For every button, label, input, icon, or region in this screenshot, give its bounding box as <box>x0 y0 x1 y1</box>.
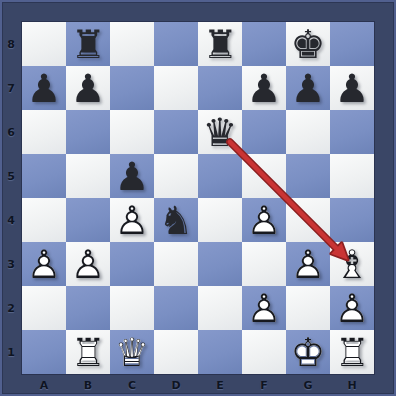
square-g7[interactable]: ♟ <box>286 66 330 110</box>
square-a2[interactable] <box>22 286 66 330</box>
square-d3[interactable] <box>154 242 198 286</box>
square-c2[interactable] <box>110 286 154 330</box>
square-a4[interactable] <box>22 198 66 242</box>
square-e4[interactable] <box>198 198 242 242</box>
square-b4[interactable] <box>66 198 110 242</box>
square-b2[interactable] <box>66 286 110 330</box>
square-c5[interactable]: ♟ <box>110 154 154 198</box>
white-piece-outline: ♖ <box>66 330 110 374</box>
square-c7[interactable] <box>110 66 154 110</box>
square-g3[interactable]: ♟♙ <box>286 242 330 286</box>
square-g4[interactable] <box>286 198 330 242</box>
piece-white-bishop[interactable]: ♝♗ <box>330 242 374 286</box>
black-piece-glyph: ♜ <box>198 22 242 66</box>
square-g1[interactable]: ♚♔ <box>286 330 330 374</box>
square-f3[interactable] <box>242 242 286 286</box>
square-f6[interactable] <box>242 110 286 154</box>
square-a8[interactable] <box>22 22 66 66</box>
white-piece-outline: ♕ <box>110 330 154 374</box>
rank-label-1: 1 <box>0 330 22 374</box>
piece-black-pawn[interactable]: ♟ <box>330 66 374 110</box>
square-h8[interactable] <box>330 22 374 66</box>
chess-board: ♜♜♚♟♟♟♟♟♛♟♟♙♞♟♙♟♙♟♙♟♙♝♗♟♙♟♙♜♖♛♕♚♔♜♖ <box>22 22 374 374</box>
piece-white-pawn[interactable]: ♟♙ <box>286 242 330 286</box>
piece-white-pawn[interactable]: ♟♙ <box>22 242 66 286</box>
white-piece-outline: ♙ <box>110 198 154 242</box>
rank-label-7: 7 <box>0 66 22 110</box>
rank-label-2: 2 <box>0 286 22 330</box>
square-a7[interactable]: ♟ <box>22 66 66 110</box>
rank-labels: 8 7 6 5 4 3 2 1 <box>0 22 22 374</box>
black-piece-glyph: ♟ <box>22 66 66 110</box>
black-piece-glyph: ♟ <box>242 66 286 110</box>
square-c1[interactable]: ♛♕ <box>110 330 154 374</box>
square-b6[interactable] <box>66 110 110 154</box>
square-f5[interactable] <box>242 154 286 198</box>
square-f1[interactable] <box>242 330 286 374</box>
piece-black-pawn[interactable]: ♟ <box>242 66 286 110</box>
file-label-d: D <box>154 374 198 396</box>
file-label-f: F <box>242 374 286 396</box>
square-h2[interactable]: ♟♙ <box>330 286 374 330</box>
square-g8[interactable]: ♚ <box>286 22 330 66</box>
piece-black-pawn[interactable]: ♟ <box>66 66 110 110</box>
piece-white-king[interactable]: ♚♔ <box>286 330 330 374</box>
square-e3[interactable] <box>198 242 242 286</box>
square-c4[interactable]: ♟♙ <box>110 198 154 242</box>
square-b5[interactable] <box>66 154 110 198</box>
square-d5[interactable] <box>154 154 198 198</box>
square-c8[interactable] <box>110 22 154 66</box>
square-d8[interactable] <box>154 22 198 66</box>
file-label-h: H <box>330 374 374 396</box>
square-c3[interactable] <box>110 242 154 286</box>
piece-black-rook[interactable]: ♜ <box>66 22 110 66</box>
square-f4[interactable]: ♟♙ <box>242 198 286 242</box>
square-h3[interactable]: ♝♗ <box>330 242 374 286</box>
black-piece-glyph: ♛ <box>198 110 242 154</box>
file-label-c: C <box>110 374 154 396</box>
piece-black-king[interactable]: ♚ <box>286 22 330 66</box>
square-g6[interactable] <box>286 110 330 154</box>
square-d6[interactable] <box>154 110 198 154</box>
piece-white-rook[interactable]: ♜♖ <box>66 330 110 374</box>
square-e7[interactable] <box>198 66 242 110</box>
black-piece-glyph: ♟ <box>66 66 110 110</box>
square-d1[interactable] <box>154 330 198 374</box>
square-e5[interactable] <box>198 154 242 198</box>
piece-black-knight[interactable]: ♞ <box>154 198 198 242</box>
rank-label-3: 3 <box>0 242 22 286</box>
square-b8[interactable]: ♜ <box>66 22 110 66</box>
file-label-a: A <box>22 374 66 396</box>
black-piece-glyph: ♟ <box>110 154 154 198</box>
file-label-g: G <box>286 374 330 396</box>
piece-white-pawn[interactable]: ♟♙ <box>242 286 286 330</box>
chess-diagram-frame: 8 7 6 5 4 3 2 1 ♜♜♚♟♟♟♟♟♛♟♟♙♞♟♙♟♙♟♙♟♙♝♗♟… <box>0 0 396 396</box>
file-label-b: B <box>66 374 110 396</box>
piece-black-rook[interactable]: ♜ <box>198 22 242 66</box>
square-e8[interactable]: ♜ <box>198 22 242 66</box>
black-piece-glyph: ♜ <box>66 22 110 66</box>
square-b1[interactable]: ♜♖ <box>66 330 110 374</box>
square-h6[interactable] <box>330 110 374 154</box>
square-g5[interactable] <box>286 154 330 198</box>
white-piece-outline: ♔ <box>286 330 330 374</box>
piece-white-pawn[interactable]: ♟♙ <box>242 198 286 242</box>
piece-white-rook[interactable]: ♜♖ <box>330 330 374 374</box>
black-piece-glyph: ♞ <box>154 198 198 242</box>
rank-label-6: 6 <box>0 110 22 154</box>
piece-black-pawn[interactable]: ♟ <box>286 66 330 110</box>
square-f8[interactable] <box>242 22 286 66</box>
rank-label-8: 8 <box>0 22 22 66</box>
square-e2[interactable] <box>198 286 242 330</box>
piece-white-queen[interactable]: ♛♕ <box>110 330 154 374</box>
piece-black-queen[interactable]: ♛ <box>198 110 242 154</box>
piece-white-pawn[interactable]: ♟♙ <box>66 242 110 286</box>
white-piece-outline: ♙ <box>286 242 330 286</box>
white-piece-outline: ♙ <box>242 198 286 242</box>
file-label-e: E <box>198 374 242 396</box>
square-b3[interactable]: ♟♙ <box>66 242 110 286</box>
square-e6[interactable]: ♛ <box>198 110 242 154</box>
square-f7[interactable]: ♟ <box>242 66 286 110</box>
square-a6[interactable] <box>22 110 66 154</box>
white-piece-outline: ♙ <box>22 242 66 286</box>
piece-black-pawn[interactable]: ♟ <box>22 66 66 110</box>
white-piece-outline: ♙ <box>66 242 110 286</box>
black-piece-glyph: ♚ <box>286 22 330 66</box>
square-e1[interactable] <box>198 330 242 374</box>
rank-label-4: 4 <box>0 198 22 242</box>
piece-black-pawn[interactable]: ♟ <box>110 154 154 198</box>
white-piece-outline: ♙ <box>330 286 374 330</box>
square-d7[interactable] <box>154 66 198 110</box>
square-f2[interactable]: ♟♙ <box>242 286 286 330</box>
piece-white-pawn[interactable]: ♟♙ <box>330 286 374 330</box>
square-h1[interactable]: ♜♖ <box>330 330 374 374</box>
black-piece-glyph: ♟ <box>330 66 374 110</box>
white-piece-outline: ♖ <box>330 330 374 374</box>
square-a3[interactable]: ♟♙ <box>22 242 66 286</box>
square-h5[interactable] <box>330 154 374 198</box>
square-b7[interactable]: ♟ <box>66 66 110 110</box>
square-c6[interactable] <box>110 110 154 154</box>
file-labels: A B C D E F G H <box>22 374 374 396</box>
piece-white-pawn[interactable]: ♟♙ <box>110 198 154 242</box>
rank-label-5: 5 <box>0 154 22 198</box>
square-d4[interactable]: ♞ <box>154 198 198 242</box>
square-g2[interactable] <box>286 286 330 330</box>
square-h4[interactable] <box>330 198 374 242</box>
black-piece-glyph: ♟ <box>286 66 330 110</box>
white-piece-outline: ♙ <box>242 286 286 330</box>
square-h7[interactable]: ♟ <box>330 66 374 110</box>
white-piece-outline: ♗ <box>330 242 374 286</box>
square-d2[interactable] <box>154 286 198 330</box>
square-a5[interactable] <box>22 154 66 198</box>
square-a1[interactable] <box>22 330 66 374</box>
